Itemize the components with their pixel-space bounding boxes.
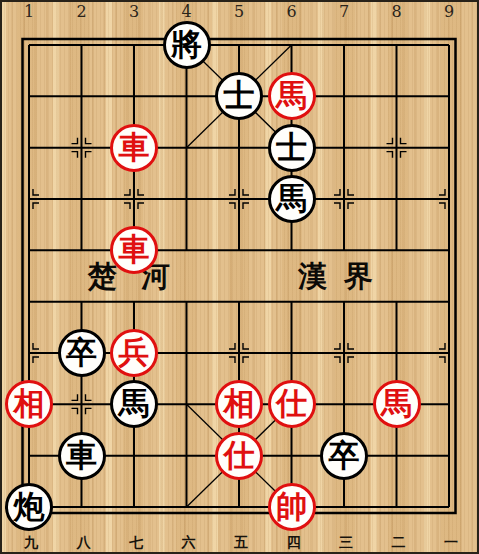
file-label-bottom-8: 二 — [392, 535, 406, 549]
piece-red-elephant[interactable]: 相 — [215, 380, 263, 428]
piece-glyph: 車 — [119, 234, 150, 265]
piece-glyph: 帥 — [276, 491, 307, 522]
piece-glyph: 相 — [224, 388, 255, 419]
file-label-top-7: 7 — [339, 4, 349, 20]
file-label-bottom-6: 四 — [287, 535, 301, 549]
piece-black-horse[interactable]: 馬 — [110, 380, 158, 428]
file-label-top-4: 4 — [181, 4, 191, 20]
piece-red-horse[interactable]: 馬 — [373, 380, 421, 428]
piece-glyph: 卒 — [66, 337, 97, 368]
file-label-top-6: 6 — [286, 4, 296, 20]
piece-glyph: 士 — [276, 132, 307, 163]
piece-black-general[interactable]: 將 — [163, 21, 211, 69]
piece-black-cannon[interactable]: 炮 — [5, 483, 53, 531]
file-label-top-8: 8 — [391, 4, 401, 20]
piece-black-horse[interactable]: 馬 — [268, 175, 316, 223]
piece-black-advisor[interactable]: 士 — [215, 72, 263, 120]
piece-red-elephant[interactable]: 相 — [5, 380, 53, 428]
file-label-top-3: 3 — [129, 4, 139, 20]
piece-black-chariot[interactable]: 車 — [58, 432, 106, 480]
piece-black-pawn[interactable]: 卒 — [320, 432, 368, 480]
piece-glyph: 炮 — [14, 491, 45, 522]
piece-red-advisor[interactable]: 仕 — [215, 432, 263, 480]
file-label-bottom-1: 九 — [24, 535, 38, 549]
piece-black-pawn[interactable]: 卒 — [58, 329, 106, 377]
piece-glyph: 仕 — [276, 388, 307, 419]
piece-red-general[interactable]: 帥 — [268, 483, 316, 531]
piece-glyph: 將 — [171, 29, 202, 60]
file-label-bottom-9: 一 — [444, 535, 458, 549]
file-label-bottom-4: 六 — [182, 535, 196, 549]
file-label-top-5: 5 — [234, 4, 244, 20]
piece-red-horse[interactable]: 馬 — [268, 72, 316, 120]
piece-glyph: 馬 — [119, 388, 150, 419]
piece-glyph: 馬 — [276, 183, 307, 214]
piece-glyph: 馬 — [381, 388, 412, 419]
piece-glyph: 車 — [66, 440, 97, 471]
piece-glyph: 馬 — [276, 80, 307, 111]
file-label-bottom-2: 八 — [77, 535, 91, 549]
piece-black-advisor[interactable]: 士 — [268, 124, 316, 172]
file-label-top-1: 1 — [24, 4, 34, 20]
piece-glyph: 仕 — [224, 440, 255, 471]
piece-red-pawn[interactable]: 兵 — [110, 329, 158, 377]
file-label-bottom-3: 七 — [129, 535, 143, 549]
piece-glyph: 士 — [224, 80, 255, 111]
river-label-han-jie: 漢界 — [298, 262, 390, 291]
piece-glyph: 相 — [14, 388, 45, 419]
piece-glyph: 車 — [119, 132, 150, 163]
piece-glyph: 兵 — [119, 337, 150, 368]
file-label-top-2: 2 — [76, 4, 86, 20]
piece-glyph: 卒 — [329, 440, 360, 471]
piece-red-chariot[interactable]: 車 — [110, 124, 158, 172]
file-label-bottom-7: 三 — [339, 535, 353, 549]
xiangqi-board[interactable]: 123456789 九八七六五四三二一 楚河 漢界 將士馬車士馬車卒兵相馬相仕馬… — [0, 0, 479, 554]
piece-red-chariot[interactable]: 車 — [110, 226, 158, 274]
file-label-top-9: 9 — [444, 4, 454, 20]
file-label-bottom-5: 五 — [234, 535, 248, 549]
piece-red-advisor[interactable]: 仕 — [268, 380, 316, 428]
